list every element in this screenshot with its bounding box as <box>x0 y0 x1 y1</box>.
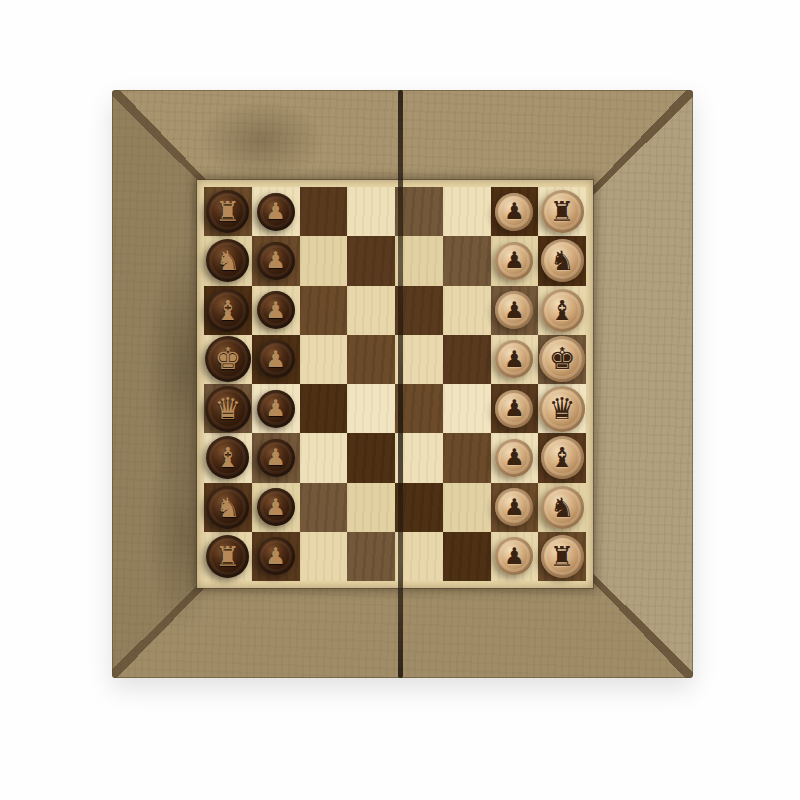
square-e2[interactable]: ♟ <box>491 335 539 384</box>
square-h5[interactable] <box>347 187 395 236</box>
square-d7[interactable]: ♟ <box>252 384 300 433</box>
square-h1[interactable]: ♜ <box>538 187 586 236</box>
square-h3[interactable] <box>443 187 491 236</box>
piece-black-pawn-e7[interactable]: ♟ <box>257 340 295 378</box>
piece-white-knight-g1[interactable]: ♞ <box>541 239 584 282</box>
piece-white-pawn-d2[interactable]: ♟ <box>495 390 533 428</box>
piece-white-rook-a1[interactable]: ♜ <box>541 535 584 578</box>
square-g3[interactable] <box>443 236 491 285</box>
square-f8[interactable]: ♝ <box>204 286 252 335</box>
photo-background: ♜♟♟♜♞♟♟♞♝♟♟♝♚♟♟♚♛♟♟♛♝♟♟♝♞♟♟♞♜♟♟♜ <box>0 0 800 800</box>
square-a6[interactable] <box>300 532 348 581</box>
square-f1[interactable]: ♝ <box>538 286 586 335</box>
square-e3[interactable] <box>443 335 491 384</box>
piece-white-pawn-e2[interactable]: ♟ <box>495 340 533 378</box>
square-b1[interactable]: ♞ <box>538 483 586 532</box>
piece-white-queen-d1[interactable]: ♛ <box>539 386 585 432</box>
piece-white-king-e1[interactable]: ♚ <box>539 336 585 382</box>
chess-board: ♜♟♟♜♞♟♟♞♝♟♟♝♚♟♟♚♛♟♟♛♝♟♟♝♞♟♟♞♜♟♟♜ <box>204 187 586 581</box>
square-g8[interactable]: ♞ <box>204 236 252 285</box>
square-c1[interactable]: ♝ <box>538 433 586 482</box>
piece-white-bishop-f1[interactable]: ♝ <box>541 289 584 332</box>
piece-white-pawn-f2[interactable]: ♟ <box>495 291 533 329</box>
square-b3[interactable] <box>443 483 491 532</box>
square-c5[interactable] <box>347 433 395 482</box>
square-d2[interactable]: ♟ <box>491 384 539 433</box>
square-f6[interactable] <box>300 286 348 335</box>
piece-black-pawn-f7[interactable]: ♟ <box>257 291 295 329</box>
square-d1[interactable]: ♛ <box>538 384 586 433</box>
piece-white-pawn-h2[interactable]: ♟ <box>495 193 533 231</box>
piece-white-pawn-c2[interactable]: ♟ <box>495 439 533 477</box>
piece-black-pawn-a7[interactable]: ♟ <box>257 537 295 575</box>
square-f7[interactable]: ♟ <box>252 286 300 335</box>
piece-black-pawn-h7[interactable]: ♟ <box>257 193 295 231</box>
piece-black-knight-g8[interactable]: ♞ <box>206 239 249 282</box>
piece-black-bishop-f8[interactable]: ♝ <box>206 289 249 332</box>
piece-white-rook-h1[interactable]: ♜ <box>541 190 584 233</box>
piece-white-pawn-a2[interactable]: ♟ <box>495 537 533 575</box>
square-c3[interactable] <box>443 433 491 482</box>
piece-black-rook-a8[interactable]: ♜ <box>206 535 249 578</box>
square-f5[interactable] <box>347 286 395 335</box>
square-d3[interactable] <box>443 384 491 433</box>
piece-black-knight-b8[interactable]: ♞ <box>206 486 249 529</box>
piece-black-rook-h8[interactable]: ♜ <box>206 190 249 233</box>
square-g6[interactable] <box>300 236 348 285</box>
square-a1[interactable]: ♜ <box>538 532 586 581</box>
square-g1[interactable]: ♞ <box>538 236 586 285</box>
square-e8[interactable]: ♚ <box>204 335 252 384</box>
square-b7[interactable]: ♟ <box>252 483 300 532</box>
square-b5[interactable] <box>347 483 395 532</box>
folding-chess-box: ♜♟♟♜♞♟♟♞♝♟♟♝♚♟♟♚♛♟♟♛♝♟♟♝♞♟♟♞♜♟♟♜ <box>112 90 693 678</box>
piece-black-pawn-b7[interactable]: ♟ <box>257 488 295 526</box>
square-g2[interactable]: ♟ <box>491 236 539 285</box>
piece-black-pawn-c7[interactable]: ♟ <box>257 439 295 477</box>
fold-line <box>398 90 403 678</box>
piece-black-bishop-c8[interactable]: ♝ <box>206 436 249 479</box>
square-c7[interactable]: ♟ <box>252 433 300 482</box>
square-g7[interactable]: ♟ <box>252 236 300 285</box>
square-f2[interactable]: ♟ <box>491 286 539 335</box>
square-a2[interactable]: ♟ <box>491 532 539 581</box>
piece-black-pawn-d7[interactable]: ♟ <box>257 390 295 428</box>
square-d6[interactable] <box>300 384 348 433</box>
square-a3[interactable] <box>443 532 491 581</box>
square-b8[interactable]: ♞ <box>204 483 252 532</box>
square-e5[interactable] <box>347 335 395 384</box>
square-d8[interactable]: ♛ <box>204 384 252 433</box>
piece-black-pawn-g7[interactable]: ♟ <box>257 242 295 280</box>
board-well: ♜♟♟♜♞♟♟♞♝♟♟♝♚♟♟♚♛♟♟♛♝♟♟♝♞♟♟♞♜♟♟♜ <box>197 180 593 588</box>
piece-white-knight-b1[interactable]: ♞ <box>541 486 584 529</box>
square-g5[interactable] <box>347 236 395 285</box>
piece-white-pawn-g2[interactable]: ♟ <box>495 242 533 280</box>
square-f3[interactable] <box>443 286 491 335</box>
square-a5[interactable] <box>347 532 395 581</box>
square-b2[interactable]: ♟ <box>491 483 539 532</box>
piece-white-pawn-b2[interactable]: ♟ <box>495 488 533 526</box>
square-c6[interactable] <box>300 433 348 482</box>
square-h2[interactable]: ♟ <box>491 187 539 236</box>
square-h7[interactable]: ♟ <box>252 187 300 236</box>
square-d5[interactable] <box>347 384 395 433</box>
square-e7[interactable]: ♟ <box>252 335 300 384</box>
piece-black-king-e8[interactable]: ♚ <box>205 336 251 382</box>
square-h8[interactable]: ♜ <box>204 187 252 236</box>
square-c2[interactable]: ♟ <box>491 433 539 482</box>
square-e1[interactable]: ♚ <box>538 335 586 384</box>
piece-white-bishop-c1[interactable]: ♝ <box>541 436 584 479</box>
square-b6[interactable] <box>300 483 348 532</box>
square-e6[interactable] <box>300 335 348 384</box>
square-c8[interactable]: ♝ <box>204 433 252 482</box>
piece-black-queen-d8[interactable]: ♛ <box>205 386 251 432</box>
square-h6[interactable] <box>300 187 348 236</box>
square-a7[interactable]: ♟ <box>252 532 300 581</box>
square-a8[interactable]: ♜ <box>204 532 252 581</box>
